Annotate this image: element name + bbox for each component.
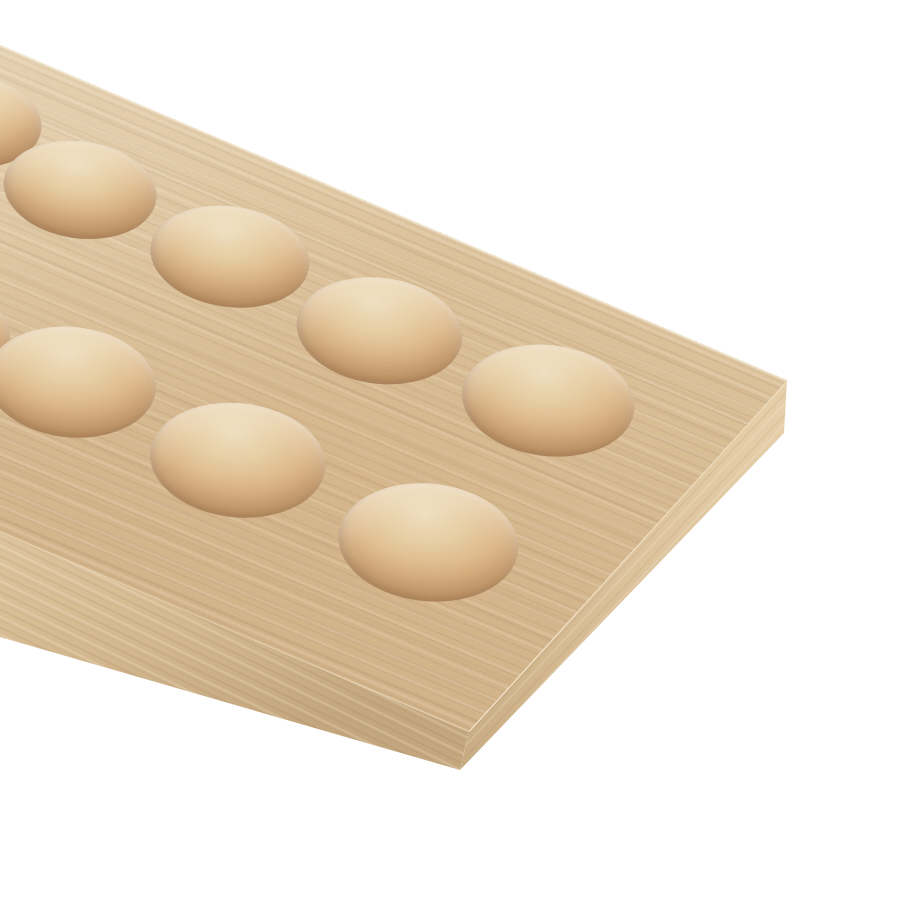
mancala-board-photo [0,0,900,900]
pit-r2-c6[interactable] [306,460,551,624]
pit-r2-c5[interactable] [118,380,357,540]
pit-r1-c6[interactable] [431,323,665,479]
